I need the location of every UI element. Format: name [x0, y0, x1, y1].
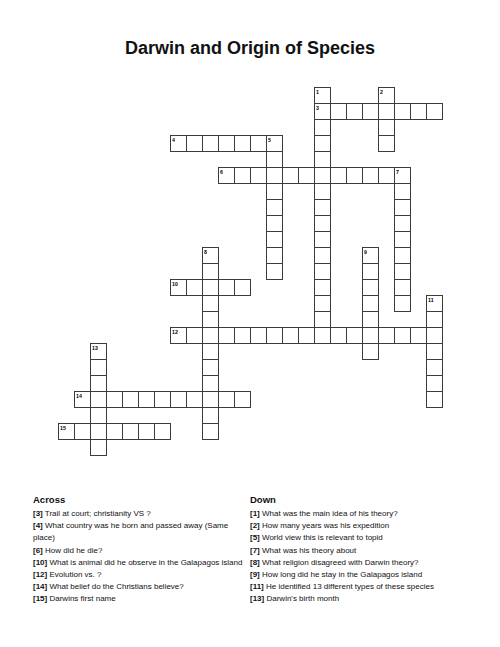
clue-across-10: [10] What is animal did he observe in th… — [33, 557, 247, 569]
clue-number: [5] — [250, 533, 260, 542]
grid-cell-19-14[interactable] — [362, 311, 379, 328]
crossword-grid: 123456789101112131415 — [0, 0, 500, 500]
grid-cell-9-3[interactable] — [202, 135, 219, 152]
grid-cell-21-15[interactable] — [394, 327, 411, 344]
grid-cell-21-7[interactable] — [394, 199, 411, 216]
grid-cell-9-14[interactable] — [202, 311, 219, 328]
grid-cell-5-21[interactable] — [138, 423, 155, 440]
grid-cell-11-3[interactable] — [234, 135, 251, 152]
cell-number-10: 10 — [172, 281, 178, 286]
grid-cell-13-15[interactable] — [266, 327, 283, 344]
grid-cell-9-20[interactable] — [202, 407, 219, 424]
grid-cell-16-7[interactable] — [314, 199, 331, 216]
clue-across-12: [12] Evolution vs. ? — [33, 569, 247, 581]
grid-cell-20-1[interactable] — [378, 103, 395, 120]
grid-cell-13-8[interactable] — [266, 215, 283, 232]
grid-cell-19-15[interactable] — [362, 327, 379, 344]
grid-cell-1-21[interactable] — [74, 423, 91, 440]
grid-cell-5-19[interactable] — [138, 391, 155, 408]
grid-cell-20-5[interactable] — [378, 167, 395, 184]
down-clues-column: Down [1] What was the main idea of his t… — [250, 494, 492, 606]
grid-cell-16-15[interactable] — [314, 327, 331, 344]
grid-cell-20-2[interactable] — [378, 119, 395, 136]
grid-cell-14-15[interactable] — [282, 327, 299, 344]
down-clues-list: [1] What was the main idea of his theory… — [250, 508, 492, 606]
clue-number: [2] — [250, 521, 260, 530]
clue-number: [3] — [33, 509, 43, 518]
grid-cell-12-3[interactable] — [250, 135, 267, 152]
grid-cell-13-10[interactable] — [266, 247, 283, 264]
grid-cell-19-1[interactable] — [362, 103, 379, 120]
grid-cell-22-1[interactable] — [410, 103, 427, 120]
clue-across-14: [14] What belief do the Christians belie… — [33, 581, 247, 593]
cell-number-4: 4 — [172, 137, 175, 142]
grid-cell-19-5[interactable] — [362, 167, 379, 184]
grid-cell-19-11[interactable] — [362, 263, 379, 280]
clue-number: [6] — [33, 546, 43, 555]
grid-cell-16-13[interactable] — [314, 295, 331, 312]
grid-cell-21-10[interactable] — [394, 247, 411, 264]
grid-cell-10-12[interactable] — [218, 279, 235, 296]
grid-cell-18-15[interactable] — [346, 327, 363, 344]
grid-cell-16-12[interactable] — [314, 279, 331, 296]
clue-down-13: [13] Darwin's birth month — [250, 593, 492, 605]
grid-cell-10-15[interactable] — [218, 327, 235, 344]
across-clues-list: [3] Trail at court; christianity VS ?[4]… — [33, 508, 247, 606]
grid-cell-12-15[interactable] — [250, 327, 267, 344]
grid-cell-2-21[interactable] — [90, 423, 107, 440]
grid-cell-13-4[interactable] — [266, 151, 283, 168]
grid-cell-16-2[interactable] — [314, 119, 331, 136]
grid-cell-23-19[interactable] — [426, 391, 443, 408]
grid-cell-19-13[interactable] — [362, 295, 379, 312]
cell-number-9: 9 — [364, 249, 367, 254]
down-header: Down — [250, 494, 492, 506]
grid-cell-21-12[interactable] — [394, 279, 411, 296]
grid-cell-23-1[interactable] — [426, 103, 443, 120]
grid-cell-17-5[interactable] — [330, 167, 347, 184]
cell-number-2: 2 — [380, 89, 383, 94]
grid-cell-16-14[interactable] — [314, 311, 331, 328]
grid-cell-2-22[interactable] — [90, 439, 107, 456]
clue-down-11: [11] He identified 13 different types of… — [250, 581, 492, 593]
clue-down-2: [2] How many years was his expedition — [250, 520, 492, 532]
clue-number: [8] — [250, 558, 260, 567]
clue-number: [10] — [33, 558, 47, 567]
cell-number-8: 8 — [204, 249, 207, 254]
grid-cell-19-12[interactable] — [362, 279, 379, 296]
cell-number-15: 15 — [60, 425, 66, 430]
grid-cell-17-1[interactable] — [330, 103, 347, 120]
grid-cell-16-10[interactable] — [314, 247, 331, 264]
grid-cell-21-13[interactable] — [394, 295, 411, 312]
grid-cell-18-5[interactable] — [346, 167, 363, 184]
grid-cell-13-5[interactable] — [266, 167, 283, 184]
grid-cell-11-5[interactable] — [234, 167, 251, 184]
grid-cell-21-9[interactable] — [394, 231, 411, 248]
clue-across-4: [4] What country was he born and passed … — [33, 520, 247, 544]
grid-cell-2-20[interactable] — [90, 407, 107, 424]
clue-across-15: [15] Darwins first name — [33, 593, 247, 605]
grid-cell-21-1[interactable] — [394, 103, 411, 120]
grid-cell-13-6[interactable] — [266, 183, 283, 200]
cell-number-14: 14 — [76, 393, 82, 398]
grid-cell-12-5[interactable] — [250, 167, 267, 184]
grid-cell-11-15[interactable] — [234, 327, 251, 344]
grid-cell-23-16[interactable] — [426, 343, 443, 360]
grid-cell-16-3[interactable] — [314, 135, 331, 152]
grid-cell-16-4[interactable] — [314, 151, 331, 168]
grid-cell-16-6[interactable] — [314, 183, 331, 200]
clue-down-5: [5] World view this is relevant to topid — [250, 532, 492, 544]
clue-number: [11] — [250, 582, 264, 591]
grid-cell-23-14[interactable] — [426, 311, 443, 328]
grid-cell-15-15[interactable] — [298, 327, 315, 344]
grid-cell-6-19[interactable] — [154, 391, 171, 408]
cell-number-3: 3 — [316, 105, 319, 110]
grid-cell-8-3[interactable] — [186, 135, 203, 152]
grid-cell-9-19[interactable] — [202, 391, 219, 408]
clue-down-8: [8] What religion disagreed with Darwin … — [250, 557, 492, 569]
clue-across-6: [6] How did he die? — [33, 545, 247, 557]
grid-cell-8-12[interactable] — [186, 279, 203, 296]
grid-cell-8-15[interactable] — [186, 327, 203, 344]
grid-cell-23-18[interactable] — [426, 375, 443, 392]
clue-number: [12] — [33, 570, 47, 579]
grid-cell-19-16[interactable] — [362, 343, 379, 360]
clue-number: [15] — [33, 594, 47, 603]
grid-cell-9-17[interactable] — [202, 359, 219, 376]
grid-cell-13-9[interactable] — [266, 231, 283, 248]
grid-cell-13-7[interactable] — [266, 199, 283, 216]
across-header: Across — [33, 494, 247, 506]
clue-number: [1] — [250, 509, 260, 518]
clue-down-7: [7] What was his theory about — [250, 545, 492, 557]
grid-cell-15-5[interactable] — [298, 167, 315, 184]
cell-number-13: 13 — [92, 345, 98, 350]
grid-cell-4-19[interactable] — [122, 391, 139, 408]
grid-cell-9-13[interactable] — [202, 295, 219, 312]
grid-cell-2-18[interactable] — [90, 375, 107, 392]
grid-cell-9-18[interactable] — [202, 375, 219, 392]
grid-cell-9-16[interactable] — [202, 343, 219, 360]
grid-cell-11-12[interactable] — [234, 279, 251, 296]
grid-cell-10-19[interactable] — [218, 391, 235, 408]
cell-number-7: 7 — [396, 169, 399, 174]
grid-cell-9-12[interactable] — [202, 279, 219, 296]
grid-cell-21-8[interactable] — [394, 215, 411, 232]
across-clues-column: Across [3] Trail at court; christianity … — [33, 494, 247, 606]
grid-cell-16-11[interactable] — [314, 263, 331, 280]
grid-cell-3-21[interactable] — [106, 423, 123, 440]
grid-cell-14-5[interactable] — [282, 167, 299, 184]
cell-number-11: 11 — [428, 297, 434, 302]
grid-cell-17-15[interactable] — [330, 327, 347, 344]
grid-cell-3-19[interactable] — [106, 391, 123, 408]
clue-number: [14] — [33, 582, 47, 591]
clue-number: [4] — [33, 521, 43, 530]
grid-cell-10-3[interactable] — [218, 135, 235, 152]
grid-cell-16-5[interactable] — [314, 167, 331, 184]
grid-cell-21-6[interactable] — [394, 183, 411, 200]
grid-cell-16-9[interactable] — [314, 231, 331, 248]
grid-cell-9-11[interactable] — [202, 263, 219, 280]
cell-number-5: 5 — [268, 137, 271, 142]
clue-down-1: [1] What was the main idea of his theory… — [250, 508, 492, 520]
clue-number: [7] — [250, 546, 260, 555]
grid-cell-18-1[interactable] — [346, 103, 363, 120]
grid-cell-6-21[interactable] — [154, 423, 171, 440]
grid-cell-11-19[interactable] — [234, 391, 251, 408]
grid-cell-20-3[interactable] — [378, 135, 395, 152]
clue-down-9: [9] How long did he stay in the Galapago… — [250, 569, 492, 581]
clue-across-3: [3] Trail at court; christianity VS ? — [33, 508, 247, 520]
grid-cell-8-19[interactable] — [186, 391, 203, 408]
clue-number: [13] — [250, 594, 264, 603]
grid-cell-4-21[interactable] — [122, 423, 139, 440]
cell-number-12: 12 — [172, 329, 178, 334]
grid-cell-21-11[interactable] — [394, 263, 411, 280]
cell-number-6: 6 — [220, 169, 223, 174]
grid-cell-23-17[interactable] — [426, 359, 443, 376]
grid-cell-22-15[interactable] — [410, 327, 427, 344]
clue-number: [9] — [250, 570, 260, 579]
cell-number-1: 1 — [316, 89, 319, 94]
grid-cell-23-15[interactable] — [426, 327, 443, 344]
grid-cell-16-8[interactable] — [314, 215, 331, 232]
grid-cell-2-19[interactable] — [90, 391, 107, 408]
grid-cell-7-19[interactable] — [170, 391, 187, 408]
grid-cell-20-15[interactable] — [378, 327, 395, 344]
grid-cell-13-11[interactable] — [266, 263, 283, 280]
grid-cell-2-17[interactable] — [90, 359, 107, 376]
grid-cell-9-15[interactable] — [202, 327, 219, 344]
grid-cell-9-21[interactable] — [202, 423, 219, 440]
